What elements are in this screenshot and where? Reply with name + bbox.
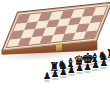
chess-piece-pawn: ♟ [75, 64, 83, 73]
board-cell [83, 30, 97, 39]
chess-piece-pawn: ♟ [59, 68, 67, 77]
product-photo-chess-set: ♜♞♝♛♚♝♞♜♟♟♟♟♟♟♟♟ [0, 0, 110, 110]
chess-piece-pawn: ♟ [51, 70, 59, 79]
chess-piece-pawn: ♟ [92, 61, 100, 70]
chess-piece-pawn: ♟ [84, 63, 92, 72]
chess-piece-pawn: ♟ [67, 66, 75, 75]
board-grid [7, 6, 107, 47]
chess-piece-pawn: ♟ [43, 72, 51, 81]
chess-piece-pawn: ♟ [100, 59, 108, 68]
